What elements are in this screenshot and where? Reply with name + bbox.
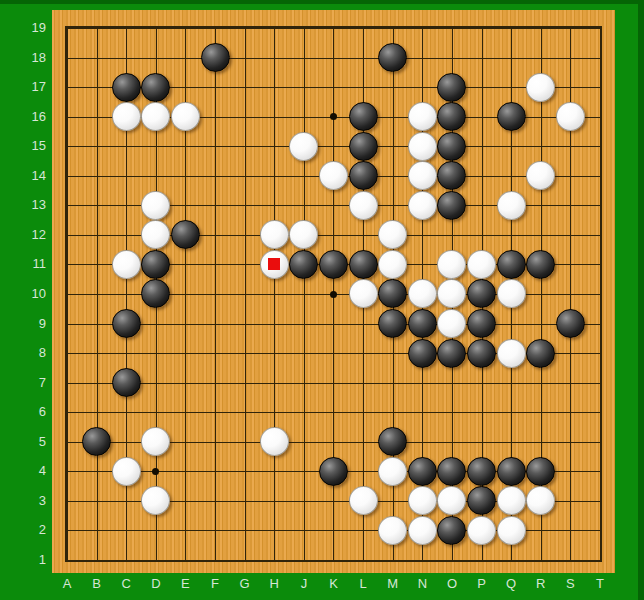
board-point-L17[interactable] (348, 72, 378, 102)
board-point-T7[interactable] (585, 368, 615, 398)
board-point-G16[interactable] (230, 102, 260, 132)
board-point-K19[interactable] (319, 13, 349, 43)
board-point-C19[interactable] (111, 13, 141, 43)
board-point-R2[interactable] (526, 516, 556, 546)
board-point-S16[interactable] (556, 102, 586, 132)
board-point-H3[interactable] (259, 486, 289, 516)
board-point-H10[interactable] (259, 279, 289, 309)
board-point-P18[interactable] (467, 43, 497, 73)
board-point-L5[interactable] (348, 427, 378, 457)
board-point-A5[interactable] (52, 427, 82, 457)
white-stone-C11[interactable] (112, 250, 141, 279)
board-point-K11[interactable] (319, 250, 349, 280)
board-point-J11[interactable] (289, 250, 319, 280)
board-point-C14[interactable] (111, 161, 141, 191)
board-point-F19[interactable] (200, 13, 230, 43)
board-point-Q15[interactable] (496, 131, 526, 161)
board-point-G10[interactable] (230, 279, 260, 309)
board-point-D14[interactable] (141, 161, 171, 191)
board-point-E13[interactable] (171, 191, 201, 221)
board-point-M5[interactable] (378, 427, 408, 457)
board-point-E12[interactable] (171, 220, 201, 250)
board-point-F7[interactable] (200, 368, 230, 398)
board-point-T2[interactable] (585, 516, 615, 546)
board-point-O17[interactable] (437, 72, 467, 102)
board-point-E4[interactable] (171, 457, 201, 487)
board-point-L4[interactable] (348, 457, 378, 487)
white-stone-Q13[interactable] (497, 191, 526, 220)
black-stone-O8[interactable] (437, 339, 466, 368)
white-stone-N10[interactable] (408, 279, 437, 308)
board-point-E1[interactable] (171, 545, 201, 575)
white-stone-O10[interactable] (437, 279, 466, 308)
board-point-O12[interactable] (437, 220, 467, 250)
black-stone-P9[interactable] (467, 309, 496, 338)
board-point-J10[interactable] (289, 279, 319, 309)
black-stone-M5[interactable] (378, 427, 407, 456)
board-point-J12[interactable] (289, 220, 319, 250)
board-point-P5[interactable] (467, 427, 497, 457)
board-point-D16[interactable] (141, 102, 171, 132)
board-point-L15[interactable] (348, 131, 378, 161)
board-point-C5[interactable] (111, 427, 141, 457)
board-point-K12[interactable] (319, 220, 349, 250)
board-point-D8[interactable] (141, 338, 171, 368)
board-point-A13[interactable] (52, 191, 82, 221)
board-point-F11[interactable] (200, 250, 230, 280)
board-point-A12[interactable] (52, 220, 82, 250)
board-point-N12[interactable] (408, 220, 438, 250)
board-point-B9[interactable] (82, 309, 112, 339)
board-point-R9[interactable] (526, 309, 556, 339)
white-stone-N3[interactable] (408, 486, 437, 515)
black-stone-M10[interactable] (378, 279, 407, 308)
board-point-R17[interactable] (526, 72, 556, 102)
board-point-J1[interactable] (289, 545, 319, 575)
board-point-P4[interactable] (467, 457, 497, 487)
board-point-E10[interactable] (171, 279, 201, 309)
board-point-L14[interactable] (348, 161, 378, 191)
board-point-F3[interactable] (200, 486, 230, 516)
board-point-M18[interactable] (378, 43, 408, 73)
board-point-Q7[interactable] (496, 368, 526, 398)
board-point-C3[interactable] (111, 486, 141, 516)
board-point-G5[interactable] (230, 427, 260, 457)
board-point-M6[interactable] (378, 397, 408, 427)
board-point-R1[interactable] (526, 545, 556, 575)
board-point-T1[interactable] (585, 545, 615, 575)
board-point-F16[interactable] (200, 102, 230, 132)
black-stone-M9[interactable] (378, 309, 407, 338)
board-point-L3[interactable] (348, 486, 378, 516)
black-stone-Q4[interactable] (497, 457, 526, 486)
board-point-P11[interactable] (467, 250, 497, 280)
board-point-H15[interactable] (259, 131, 289, 161)
board-point-B14[interactable] (82, 161, 112, 191)
board-point-Q6[interactable] (496, 397, 526, 427)
white-stone-R17[interactable] (526, 73, 555, 102)
board-point-M16[interactable] (378, 102, 408, 132)
board-point-S4[interactable] (556, 457, 586, 487)
board-point-H13[interactable] (259, 191, 289, 221)
board-point-H18[interactable] (259, 43, 289, 73)
board-point-O16[interactable] (437, 102, 467, 132)
white-stone-D12[interactable] (141, 220, 170, 249)
board-point-J18[interactable] (289, 43, 319, 73)
board-point-N19[interactable] (408, 13, 438, 43)
board-point-L1[interactable] (348, 545, 378, 575)
white-stone-Q8[interactable] (497, 339, 526, 368)
black-stone-R11[interactable] (526, 250, 555, 279)
board-point-E15[interactable] (171, 131, 201, 161)
board-point-K6[interactable] (319, 397, 349, 427)
board-point-M13[interactable] (378, 191, 408, 221)
board-point-A17[interactable] (52, 72, 82, 102)
board-point-N1[interactable] (408, 545, 438, 575)
board-point-O5[interactable] (437, 427, 467, 457)
board-point-R18[interactable] (526, 43, 556, 73)
board-point-K8[interactable] (319, 338, 349, 368)
board-point-L10[interactable] (348, 279, 378, 309)
board-point-K7[interactable] (319, 368, 349, 398)
black-stone-O4[interactable] (437, 457, 466, 486)
board-point-P6[interactable] (467, 397, 497, 427)
board-point-K2[interactable] (319, 516, 349, 546)
board-point-J15[interactable] (289, 131, 319, 161)
board-point-J7[interactable] (289, 368, 319, 398)
board-point-A14[interactable] (52, 161, 82, 191)
board-point-Q4[interactable] (496, 457, 526, 487)
board-point-P13[interactable] (467, 191, 497, 221)
board-point-G14[interactable] (230, 161, 260, 191)
board-point-C10[interactable] (111, 279, 141, 309)
board-point-S1[interactable] (556, 545, 586, 575)
black-stone-O15[interactable] (437, 132, 466, 161)
board-point-P16[interactable] (467, 102, 497, 132)
board-point-O3[interactable] (437, 486, 467, 516)
board-point-T9[interactable] (585, 309, 615, 339)
board-point-Q14[interactable] (496, 161, 526, 191)
board-point-O11[interactable] (437, 250, 467, 280)
board-point-E19[interactable] (171, 13, 201, 43)
board-point-N5[interactable] (408, 427, 438, 457)
board-point-C1[interactable] (111, 545, 141, 575)
board-point-N16[interactable] (408, 102, 438, 132)
board-point-D12[interactable] (141, 220, 171, 250)
board-point-E18[interactable] (171, 43, 201, 73)
board-point-H5[interactable] (259, 427, 289, 457)
board-point-C18[interactable] (111, 43, 141, 73)
board-point-P17[interactable] (467, 72, 497, 102)
board-point-B8[interactable] (82, 338, 112, 368)
board-point-E2[interactable] (171, 516, 201, 546)
board-point-D1[interactable] (141, 545, 171, 575)
board-point-O19[interactable] (437, 13, 467, 43)
board-point-L9[interactable] (348, 309, 378, 339)
white-stone-R3[interactable] (526, 486, 555, 515)
board-point-F1[interactable] (200, 545, 230, 575)
board-point-M3[interactable] (378, 486, 408, 516)
board-point-O18[interactable] (437, 43, 467, 73)
white-stone-N14[interactable] (408, 161, 437, 190)
white-stone-H5[interactable] (260, 427, 289, 456)
board-point-S2[interactable] (556, 516, 586, 546)
board-point-D18[interactable] (141, 43, 171, 73)
board-point-L8[interactable] (348, 338, 378, 368)
board-point-P14[interactable] (467, 161, 497, 191)
board-point-G3[interactable] (230, 486, 260, 516)
board-point-R4[interactable] (526, 457, 556, 487)
board-point-B10[interactable] (82, 279, 112, 309)
board-point-T17[interactable] (585, 72, 615, 102)
board-point-E16[interactable] (171, 102, 201, 132)
board-point-F13[interactable] (200, 191, 230, 221)
board-point-B15[interactable] (82, 131, 112, 161)
board-point-M2[interactable] (378, 516, 408, 546)
board-point-B2[interactable] (82, 516, 112, 546)
board-point-L12[interactable] (348, 220, 378, 250)
white-stone-Q10[interactable] (497, 279, 526, 308)
board-point-B3[interactable] (82, 486, 112, 516)
board-point-G15[interactable] (230, 131, 260, 161)
board-point-L11[interactable] (348, 250, 378, 280)
board-point-A16[interactable] (52, 102, 82, 132)
board-point-P1[interactable] (467, 545, 497, 575)
board-point-S7[interactable] (556, 368, 586, 398)
board-point-N4[interactable] (408, 457, 438, 487)
board-point-Q3[interactable] (496, 486, 526, 516)
board-point-J14[interactable] (289, 161, 319, 191)
black-stone-M18[interactable] (378, 43, 407, 72)
board-point-F2[interactable] (200, 516, 230, 546)
board-point-F14[interactable] (200, 161, 230, 191)
board-point-P9[interactable] (467, 309, 497, 339)
black-stone-O17[interactable] (437, 73, 466, 102)
black-stone-C7[interactable] (112, 368, 141, 397)
black-stone-E12[interactable] (171, 220, 200, 249)
white-stone-N13[interactable] (408, 191, 437, 220)
board-point-B1[interactable] (82, 545, 112, 575)
board-point-A4[interactable] (52, 457, 82, 487)
board-point-B11[interactable] (82, 250, 112, 280)
board-point-F17[interactable] (200, 72, 230, 102)
board-point-K18[interactable] (319, 43, 349, 73)
board-point-L18[interactable] (348, 43, 378, 73)
board-point-N11[interactable] (408, 250, 438, 280)
white-stone-D5[interactable] (141, 427, 170, 456)
black-stone-R4[interactable] (526, 457, 555, 486)
black-stone-J11[interactable] (289, 250, 318, 279)
board-point-O15[interactable] (437, 131, 467, 161)
board-point-E14[interactable] (171, 161, 201, 191)
board-point-F15[interactable] (200, 131, 230, 161)
board-point-N7[interactable] (408, 368, 438, 398)
board-point-J3[interactable] (289, 486, 319, 516)
board-point-D4[interactable] (141, 457, 171, 487)
board-point-B7[interactable] (82, 368, 112, 398)
board-point-B17[interactable] (82, 72, 112, 102)
board-point-F12[interactable] (200, 220, 230, 250)
board-point-A6[interactable] (52, 397, 82, 427)
board-point-O2[interactable] (437, 516, 467, 546)
board-point-S9[interactable] (556, 309, 586, 339)
board-point-H6[interactable] (259, 397, 289, 427)
white-stone-C16[interactable] (112, 102, 141, 131)
black-stone-S9[interactable] (556, 309, 585, 338)
black-stone-B5[interactable] (82, 427, 111, 456)
board-point-S6[interactable] (556, 397, 586, 427)
board-point-T13[interactable] (585, 191, 615, 221)
board-point-S3[interactable] (556, 486, 586, 516)
board-point-O14[interactable] (437, 161, 467, 191)
board-point-S14[interactable] (556, 161, 586, 191)
white-stone-K14[interactable] (319, 161, 348, 190)
board-point-H19[interactable] (259, 13, 289, 43)
board-point-O4[interactable] (437, 457, 467, 487)
white-stone-N2[interactable] (408, 516, 437, 545)
board-point-J19[interactable] (289, 13, 319, 43)
board-point-O13[interactable] (437, 191, 467, 221)
board-point-P8[interactable] (467, 338, 497, 368)
board-point-B13[interactable] (82, 191, 112, 221)
white-stone-Q3[interactable] (497, 486, 526, 515)
board-point-C12[interactable] (111, 220, 141, 250)
board-point-O1[interactable] (437, 545, 467, 575)
board-point-B12[interactable] (82, 220, 112, 250)
board-point-M15[interactable] (378, 131, 408, 161)
board-point-S12[interactable] (556, 220, 586, 250)
board-point-H9[interactable] (259, 309, 289, 339)
board-point-S8[interactable] (556, 338, 586, 368)
white-stone-M11[interactable] (378, 250, 407, 279)
board-point-C16[interactable] (111, 102, 141, 132)
board-point-S18[interactable] (556, 43, 586, 73)
white-stone-M4[interactable] (378, 457, 407, 486)
board-point-M11[interactable] (378, 250, 408, 280)
board-point-O8[interactable] (437, 338, 467, 368)
board-point-E5[interactable] (171, 427, 201, 457)
black-stone-C17[interactable] (112, 73, 141, 102)
board-point-S10[interactable] (556, 279, 586, 309)
board-point-A9[interactable] (52, 309, 82, 339)
board-point-P12[interactable] (467, 220, 497, 250)
board-point-C13[interactable] (111, 191, 141, 221)
board-point-A8[interactable] (52, 338, 82, 368)
black-stone-Q11[interactable] (497, 250, 526, 279)
board-point-J4[interactable] (289, 457, 319, 487)
board-point-Q16[interactable] (496, 102, 526, 132)
board-point-A19[interactable] (52, 13, 82, 43)
board-point-C11[interactable] (111, 250, 141, 280)
black-stone-O2[interactable] (437, 516, 466, 545)
board-point-N10[interactable] (408, 279, 438, 309)
board-point-N9[interactable] (408, 309, 438, 339)
board-point-C7[interactable] (111, 368, 141, 398)
board-point-H1[interactable] (259, 545, 289, 575)
board-point-L19[interactable] (348, 13, 378, 43)
board-point-J9[interactable] (289, 309, 319, 339)
board-point-T8[interactable] (585, 338, 615, 368)
board-point-H14[interactable] (259, 161, 289, 191)
board-point-R7[interactable] (526, 368, 556, 398)
board-point-G7[interactable] (230, 368, 260, 398)
board-point-P7[interactable] (467, 368, 497, 398)
black-stone-L15[interactable] (349, 132, 378, 161)
board-point-R5[interactable] (526, 427, 556, 457)
white-stone-S16[interactable] (556, 102, 585, 131)
board-point-D11[interactable] (141, 250, 171, 280)
board-point-Q2[interactable] (496, 516, 526, 546)
board-point-S17[interactable] (556, 72, 586, 102)
board-point-P19[interactable] (467, 13, 497, 43)
white-stone-O11[interactable] (437, 250, 466, 279)
board-point-A1[interactable] (52, 545, 82, 575)
board-point-R13[interactable] (526, 191, 556, 221)
board-point-N6[interactable] (408, 397, 438, 427)
board-point-P15[interactable] (467, 131, 497, 161)
board-point-Q11[interactable] (496, 250, 526, 280)
board-point-N2[interactable] (408, 516, 438, 546)
board-point-B6[interactable] (82, 397, 112, 427)
board-point-T6[interactable] (585, 397, 615, 427)
board-point-M10[interactable] (378, 279, 408, 309)
board-point-D7[interactable] (141, 368, 171, 398)
board-point-T11[interactable] (585, 250, 615, 280)
board-point-K1[interactable] (319, 545, 349, 575)
board-point-A11[interactable] (52, 250, 82, 280)
board-point-D2[interactable] (141, 516, 171, 546)
board-point-G1[interactable] (230, 545, 260, 575)
black-stone-P8[interactable] (467, 339, 496, 368)
board-point-K10[interactable] (319, 279, 349, 309)
white-stone-P11[interactable] (467, 250, 496, 279)
black-stone-D10[interactable] (141, 279, 170, 308)
board-point-Q8[interactable] (496, 338, 526, 368)
board-point-K17[interactable] (319, 72, 349, 102)
black-stone-D11[interactable] (141, 250, 170, 279)
board-point-F4[interactable] (200, 457, 230, 487)
black-stone-N9[interactable] (408, 309, 437, 338)
board-point-S11[interactable] (556, 250, 586, 280)
board-point-R16[interactable] (526, 102, 556, 132)
board-point-M1[interactable] (378, 545, 408, 575)
board-point-T18[interactable] (585, 43, 615, 73)
board-point-F6[interactable] (200, 397, 230, 427)
white-stone-C4[interactable] (112, 457, 141, 486)
white-stone-D16[interactable] (141, 102, 170, 131)
board-point-K5[interactable] (319, 427, 349, 457)
board-point-N14[interactable] (408, 161, 438, 191)
board-point-G17[interactable] (230, 72, 260, 102)
board-point-D15[interactable] (141, 131, 171, 161)
board-point-G6[interactable] (230, 397, 260, 427)
board-point-E7[interactable] (171, 368, 201, 398)
board-point-Q5[interactable] (496, 427, 526, 457)
board-point-S5[interactable] (556, 427, 586, 457)
board-point-G13[interactable] (230, 191, 260, 221)
board-point-M4[interactable] (378, 457, 408, 487)
board-point-O6[interactable] (437, 397, 467, 427)
board-point-D19[interactable] (141, 13, 171, 43)
board-point-Q13[interactable] (496, 191, 526, 221)
board-point-Q12[interactable] (496, 220, 526, 250)
board-point-A10[interactable] (52, 279, 82, 309)
board-point-R3[interactable] (526, 486, 556, 516)
board-point-M9[interactable] (378, 309, 408, 339)
board-point-R10[interactable] (526, 279, 556, 309)
board-point-P3[interactable] (467, 486, 497, 516)
board-point-T16[interactable] (585, 102, 615, 132)
